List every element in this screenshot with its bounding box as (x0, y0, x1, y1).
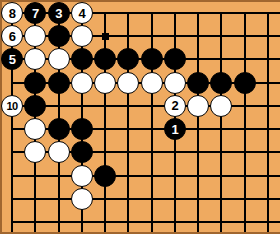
grid-vline (244, 12, 246, 234)
go-board-diagram: 8734651021 (0, 0, 280, 234)
stone-white-move-10: 10 (1, 95, 23, 117)
stone-black (48, 25, 70, 47)
stone-white (48, 48, 70, 70)
board-frame-bottom-edge (0, 232, 280, 234)
stone-black (71, 48, 93, 70)
grid-vline (197, 12, 199, 234)
board-frame-top-edge (0, 0, 280, 2)
stone-white (24, 25, 46, 47)
stone-black (164, 48, 186, 70)
grid-vline (127, 12, 129, 234)
stone-white (24, 118, 46, 140)
stone-white (210, 95, 232, 117)
stone-black-move-5: 5 (1, 48, 23, 70)
stone-black (48, 72, 70, 94)
grid-hline (11, 221, 280, 223)
stone-white (187, 95, 209, 117)
stone-black (210, 72, 232, 94)
grid-vline (267, 12, 269, 234)
grid-hline (11, 198, 280, 200)
stone-white (71, 72, 93, 94)
stone-black-move-1: 1 (164, 118, 186, 140)
grid-vline (151, 12, 153, 234)
stone-white-move-6: 6 (1, 25, 23, 47)
stone-white-move-8: 8 (1, 2, 23, 24)
stone-white (71, 188, 93, 210)
stone-black (141, 48, 163, 70)
stone-black (24, 95, 46, 117)
stone-white (117, 72, 139, 94)
stone-white (164, 72, 186, 94)
stone-black (48, 118, 70, 140)
stone-black-move-3: 3 (48, 2, 70, 24)
stone-white (94, 72, 116, 94)
stone-black (94, 48, 116, 70)
stone-black (234, 72, 256, 94)
grid-hline (11, 105, 280, 107)
square-point-marker (102, 33, 109, 40)
stone-black (71, 141, 93, 163)
stone-white (48, 141, 70, 163)
stone-black (187, 72, 209, 94)
stone-black (24, 72, 46, 94)
stone-black (117, 48, 139, 70)
stone-white (71, 25, 93, 47)
stone-white (24, 48, 46, 70)
grid-hline (11, 175, 280, 177)
grid-vline (104, 12, 106, 234)
stone-black-move-7: 7 (24, 2, 46, 24)
stone-black (94, 165, 116, 187)
stone-white-move-4: 4 (71, 2, 93, 24)
grid-vline (220, 12, 222, 234)
stone-black (71, 118, 93, 140)
stone-white (141, 72, 163, 94)
stone-white (24, 141, 46, 163)
stone-white (71, 165, 93, 187)
stone-white-move-2: 2 (164, 95, 186, 117)
